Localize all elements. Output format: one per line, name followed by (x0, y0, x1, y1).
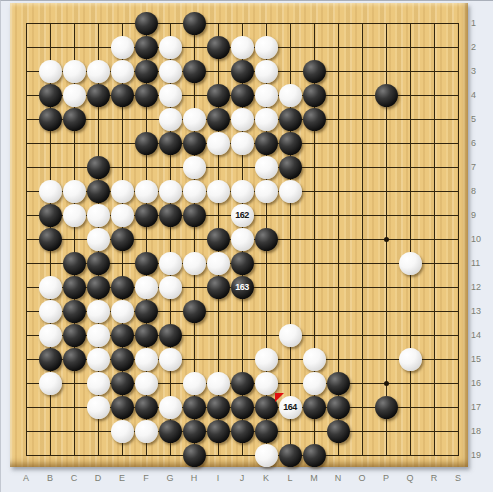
stone-black-D8[interactable] (87, 180, 110, 203)
stone-white-L4[interactable] (279, 84, 302, 107)
stone-white-K19[interactable] (255, 444, 278, 467)
stone-black-F14[interactable] (135, 324, 158, 347)
stone-black-N17[interactable] (327, 396, 350, 419)
stone-black-G9[interactable] (159, 204, 182, 227)
stone-black-H13[interactable] (183, 300, 206, 323)
stone-black-H9[interactable] (183, 204, 206, 227)
stone-white-E3[interactable] (111, 60, 134, 83)
column-label-Q: Q (398, 472, 422, 484)
stone-white-G3[interactable] (159, 60, 182, 83)
column-label-A: A (14, 472, 38, 484)
row-label-16: 16 (471, 377, 491, 389)
stone-black-D11[interactable] (87, 252, 110, 275)
column-label-O: O (350, 472, 374, 484)
stone-white-B14[interactable] (39, 324, 62, 347)
stone-white-B8[interactable] (39, 180, 62, 203)
stone-white-H8[interactable] (183, 180, 206, 203)
stone-white-J2[interactable] (231, 36, 254, 59)
move-number-164: 164 (283, 403, 297, 412)
last-move-triangle-marker (275, 393, 284, 402)
column-label-S: S (446, 472, 470, 484)
stone-white-G5[interactable] (159, 108, 182, 131)
stone-black-E10[interactable] (111, 228, 134, 251)
stone-black-J11[interactable] (231, 252, 254, 275)
stone-black-E15[interactable] (111, 348, 134, 371)
row-label-5: 5 (471, 113, 491, 125)
stone-white-K16[interactable] (255, 372, 278, 395)
stone-white-M15[interactable] (303, 348, 326, 371)
stone-white-B16[interactable] (39, 372, 62, 395)
column-label-M: M (302, 472, 326, 484)
stone-black-B10[interactable] (39, 228, 62, 251)
column-label-E: E (110, 472, 134, 484)
stone-white-D9[interactable] (87, 204, 110, 227)
stone-white-G4[interactable] (159, 84, 182, 107)
stone-black-C15[interactable] (63, 348, 86, 371)
stone-white-F15[interactable] (135, 348, 158, 371)
stone-black-G14[interactable] (159, 324, 182, 347)
stone-white-G17[interactable] (159, 396, 182, 419)
stone-black-F9[interactable] (135, 204, 158, 227)
stone-white-Q15[interactable] (399, 348, 422, 371)
stone-white-D14[interactable] (87, 324, 110, 347)
stone-white-K7[interactable] (255, 156, 278, 179)
stone-black-B5[interactable] (39, 108, 62, 131)
stone-white-E8[interactable] (111, 180, 134, 203)
stone-white-H5[interactable] (183, 108, 206, 131)
stone-white-D3[interactable] (87, 60, 110, 83)
row-label-19: 19 (471, 449, 491, 461)
go-diagram-window: 162163164 ABCDEFGHIJKLMNOPQRS 1234567891… (0, 0, 493, 492)
stone-black-J12[interactable]: 163 (231, 276, 254, 299)
stone-white-E9[interactable] (111, 204, 134, 227)
stone-black-N16[interactable] (327, 372, 350, 395)
stone-white-C9[interactable] (63, 204, 86, 227)
stone-white-C8[interactable] (63, 180, 86, 203)
stone-white-I6[interactable] (207, 132, 230, 155)
stone-black-F13[interactable] (135, 300, 158, 323)
stone-white-J5[interactable] (231, 108, 254, 131)
stone-black-I10[interactable] (207, 228, 230, 251)
stone-black-D12[interactable] (87, 276, 110, 299)
stone-white-I11[interactable] (207, 252, 230, 275)
stone-white-K4[interactable] (255, 84, 278, 107)
column-label-N: N (326, 472, 350, 484)
stone-black-I4[interactable] (207, 84, 230, 107)
star-point-P10 (384, 237, 389, 242)
move-number-163: 163 (235, 283, 249, 292)
stone-white-B3[interactable] (39, 60, 62, 83)
goban[interactable]: 162163164 (10, 3, 468, 467)
stone-black-H6[interactable] (183, 132, 206, 155)
stone-black-B15[interactable] (39, 348, 62, 371)
stone-black-C11[interactable] (63, 252, 86, 275)
stone-white-G2[interactable] (159, 36, 182, 59)
stone-white-K15[interactable] (255, 348, 278, 371)
stone-black-I17[interactable] (207, 396, 230, 419)
stone-white-F16[interactable] (135, 372, 158, 395)
stone-white-K2[interactable] (255, 36, 278, 59)
stone-black-E4[interactable] (111, 84, 134, 107)
row-label-17: 17 (471, 401, 491, 413)
stone-black-D4[interactable] (87, 84, 110, 107)
stone-white-C4[interactable] (63, 84, 86, 107)
grid-line-col-S (458, 23, 459, 456)
stone-black-L6[interactable] (279, 132, 302, 155)
column-label-P: P (374, 472, 398, 484)
stone-black-J16[interactable] (231, 372, 254, 395)
row-label-12: 12 (471, 281, 491, 293)
row-label-8: 8 (471, 185, 491, 197)
stone-black-F6[interactable] (135, 132, 158, 155)
stone-black-E14[interactable] (111, 324, 134, 347)
stone-black-G18[interactable] (159, 420, 182, 443)
column-label-K: K (254, 472, 278, 484)
stone-black-P4[interactable] (375, 84, 398, 107)
stone-white-K8[interactable] (255, 180, 278, 203)
stone-black-L7[interactable] (279, 156, 302, 179)
stone-black-I12[interactable] (207, 276, 230, 299)
stone-white-D17[interactable] (87, 396, 110, 419)
stone-black-H18[interactable] (183, 420, 206, 443)
stone-black-K6[interactable] (255, 132, 278, 155)
grid-line-row-19 (26, 455, 459, 456)
stone-black-C12[interactable] (63, 276, 86, 299)
star-point-P16 (384, 381, 389, 386)
row-label-7: 7 (471, 161, 491, 173)
stone-white-H7[interactable] (183, 156, 206, 179)
stone-white-G12[interactable] (159, 276, 182, 299)
stone-black-I2[interactable] (207, 36, 230, 59)
stone-black-M5[interactable] (303, 108, 326, 131)
stone-black-C5[interactable] (63, 108, 86, 131)
stone-black-I18[interactable] (207, 420, 230, 443)
column-label-B: B (38, 472, 62, 484)
stone-white-D16[interactable] (87, 372, 110, 395)
stone-white-I8[interactable] (207, 180, 230, 203)
stone-black-F1[interactable] (135, 12, 158, 35)
stone-black-L19[interactable] (279, 444, 302, 467)
stone-black-F3[interactable] (135, 60, 158, 83)
stone-white-L8[interactable] (279, 180, 302, 203)
move-number-162: 162 (235, 211, 249, 220)
stone-black-J3[interactable] (231, 60, 254, 83)
stone-black-H3[interactable] (183, 60, 206, 83)
stone-white-F12[interactable] (135, 276, 158, 299)
stone-black-M3[interactable] (303, 60, 326, 83)
column-label-H: H (182, 472, 206, 484)
stone-black-L5[interactable] (279, 108, 302, 131)
stone-black-B4[interactable] (39, 84, 62, 107)
stone-white-I16[interactable] (207, 372, 230, 395)
column-label-I: I (206, 472, 230, 484)
stone-black-N18[interactable] (327, 420, 350, 443)
stone-black-M4[interactable] (303, 84, 326, 107)
stone-white-F8[interactable] (135, 180, 158, 203)
row-label-1: 1 (471, 17, 491, 29)
stone-white-J6[interactable] (231, 132, 254, 155)
stone-black-F11[interactable] (135, 252, 158, 275)
stone-white-L14[interactable] (279, 324, 302, 347)
row-label-15: 15 (471, 353, 491, 365)
column-label-D: D (86, 472, 110, 484)
grid-line-col-O (362, 23, 363, 456)
stone-black-J4[interactable] (231, 84, 254, 107)
stone-white-H11[interactable] (183, 252, 206, 275)
stone-white-F18[interactable] (135, 420, 158, 443)
grid-line-col-Q (410, 23, 411, 456)
stone-black-H17[interactable] (183, 396, 206, 419)
stone-black-J18[interactable] (231, 420, 254, 443)
stone-white-Q11[interactable] (399, 252, 422, 275)
row-label-2: 2 (471, 41, 491, 53)
stone-black-P17[interactable] (375, 396, 398, 419)
stone-black-E12[interactable] (111, 276, 134, 299)
stone-white-C3[interactable] (63, 60, 86, 83)
stone-black-G6[interactable] (159, 132, 182, 155)
stone-white-D13[interactable] (87, 300, 110, 323)
stone-white-E18[interactable] (111, 420, 134, 443)
stone-black-J17[interactable] (231, 396, 254, 419)
column-label-F: F (134, 472, 158, 484)
stone-white-J8[interactable] (231, 180, 254, 203)
stone-white-E2[interactable] (111, 36, 134, 59)
stone-white-J9[interactable]: 162 (231, 204, 254, 227)
stone-white-D15[interactable] (87, 348, 110, 371)
stone-black-H1[interactable] (183, 12, 206, 35)
stone-black-I5[interactable] (207, 108, 230, 131)
stone-white-M16[interactable] (303, 372, 326, 395)
stone-white-B12[interactable] (39, 276, 62, 299)
stone-white-J10[interactable] (231, 228, 254, 251)
stone-white-H16[interactable] (183, 372, 206, 395)
stone-white-K3[interactable] (255, 60, 278, 83)
stone-black-M17[interactable] (303, 396, 326, 419)
row-label-14: 14 (471, 329, 491, 341)
stone-white-B13[interactable] (39, 300, 62, 323)
row-label-9: 9 (471, 209, 491, 221)
column-label-J: J (230, 472, 254, 484)
stone-white-G15[interactable] (159, 348, 182, 371)
stone-white-D10[interactable] (87, 228, 110, 251)
stone-black-M19[interactable] (303, 444, 326, 467)
stone-black-E17[interactable] (111, 396, 134, 419)
row-label-3: 3 (471, 65, 491, 77)
stone-black-D7[interactable] (87, 156, 110, 179)
row-label-4: 4 (471, 89, 491, 101)
stone-white-E13[interactable] (111, 300, 134, 323)
column-label-G: G (158, 472, 182, 484)
stone-black-C13[interactable] (63, 300, 86, 323)
stone-black-E16[interactable] (111, 372, 134, 395)
stone-white-G8[interactable] (159, 180, 182, 203)
row-label-6: 6 (471, 137, 491, 149)
stone-black-H19[interactable] (183, 444, 206, 467)
grid-line-col-R (434, 23, 435, 456)
stone-white-K5[interactable] (255, 108, 278, 131)
stone-black-B9[interactable] (39, 204, 62, 227)
stone-black-F4[interactable] (135, 84, 158, 107)
row-label-11: 11 (471, 257, 491, 269)
stone-black-F2[interactable] (135, 36, 158, 59)
column-label-C: C (62, 472, 86, 484)
column-label-L: L (278, 472, 302, 484)
row-label-18: 18 (471, 425, 491, 437)
row-label-13: 13 (471, 305, 491, 317)
stone-white-G11[interactable] (159, 252, 182, 275)
stone-black-K10[interactable] (255, 228, 278, 251)
row-label-10: 10 (471, 233, 491, 245)
stone-black-K18[interactable] (255, 420, 278, 443)
stone-black-F17[interactable] (135, 396, 158, 419)
stone-black-C14[interactable] (63, 324, 86, 347)
column-label-R: R (422, 472, 446, 484)
